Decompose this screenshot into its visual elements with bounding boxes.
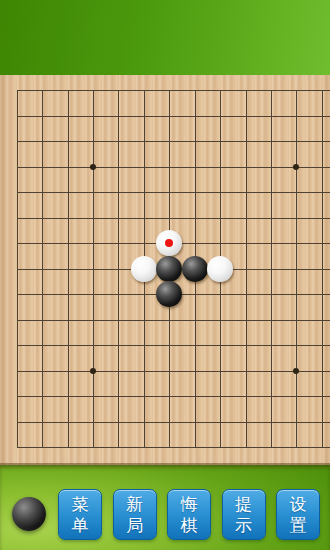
grid-line-horizontal xyxy=(17,447,330,448)
grid-line-vertical xyxy=(246,90,247,447)
stone-black xyxy=(182,256,208,282)
grid-line-vertical xyxy=(17,90,18,447)
star-point xyxy=(90,164,96,170)
grid-line-horizontal xyxy=(17,141,330,142)
stone-black xyxy=(156,281,182,307)
grid-line-horizontal xyxy=(17,371,330,372)
settings-button[interactable]: 设置 xyxy=(276,489,320,540)
grid-line-horizontal xyxy=(17,167,330,168)
undo-button-label: 悔棋 xyxy=(179,494,199,536)
app-screen: 菜单新局悔棋提示设置 xyxy=(0,0,330,550)
grid-line-horizontal xyxy=(17,192,330,193)
top-banner xyxy=(0,0,330,75)
grid-line-horizontal xyxy=(17,345,330,346)
grid-line-horizontal xyxy=(17,320,330,321)
grid-line-horizontal xyxy=(17,396,330,397)
grid-line-horizontal xyxy=(17,422,330,423)
settings-button-label: 设置 xyxy=(288,494,308,536)
grid-line-horizontal xyxy=(17,218,330,219)
grid-line-vertical xyxy=(68,90,69,447)
turn-indicator-black-stone-icon xyxy=(12,497,46,531)
star-point xyxy=(293,368,299,374)
star-point xyxy=(90,368,96,374)
toolbar-buttons: 菜单新局悔棋提示设置 xyxy=(58,489,320,540)
undo-button[interactable]: 悔棋 xyxy=(167,489,211,540)
grid-line-vertical xyxy=(296,90,297,447)
stone-black xyxy=(156,256,182,282)
grid-line-horizontal xyxy=(17,116,330,117)
stone-white xyxy=(207,256,233,282)
grid-line-vertical xyxy=(271,90,272,447)
new-game-button[interactable]: 新局 xyxy=(113,489,157,540)
last-move-marker xyxy=(165,239,173,247)
toolbar: 菜单新局悔棋提示设置 xyxy=(0,465,330,550)
grid-line-horizontal xyxy=(17,90,330,91)
gomoku-board[interactable] xyxy=(0,75,330,465)
grid-line-vertical xyxy=(322,90,323,447)
new-game-button-label: 新局 xyxy=(125,494,145,536)
menu-button-label: 菜单 xyxy=(70,494,90,536)
menu-button[interactable]: 菜单 xyxy=(58,489,102,540)
hint-button-label: 提示 xyxy=(234,494,254,536)
stone-white xyxy=(156,230,182,256)
grid-line-vertical xyxy=(42,90,43,447)
grid-line-vertical xyxy=(118,90,119,447)
hint-button[interactable]: 提示 xyxy=(222,489,266,540)
star-point xyxy=(293,164,299,170)
stone-white xyxy=(131,256,157,282)
grid-line-vertical xyxy=(93,90,94,447)
